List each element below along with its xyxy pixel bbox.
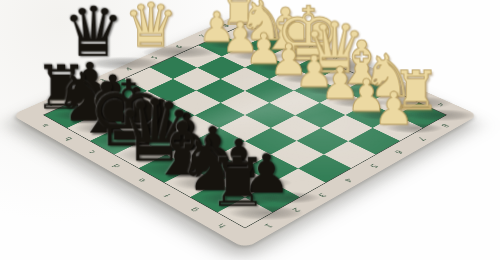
- pieces-layer: ♜♞♝♚♛♝♞♜♟♟♟♟♟♟♟♟♟♟♟♟♟♟♟♟♜♞♝♚♛♝♞♜♛♛: [12, 11, 479, 248]
- black-r-glyph: ♜: [157, 150, 319, 217]
- product-photo: aabbccddeeffgghh1122334455667788 ♜♞♝♚♛♝♞…: [0, 0, 500, 260]
- white-p-glyph: ♟: [328, 85, 460, 130]
- vinyl-mat: aabbccddeeffgghh1122334455667788 ♜♞♝♚♛♝♞…: [12, 11, 479, 248]
- chess-board: aabbccddeeffgghh1122334455667788 ♜♞♝♚♛♝♞…: [12, 11, 479, 248]
